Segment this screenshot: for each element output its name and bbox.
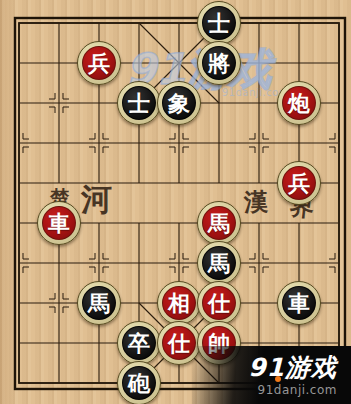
piece-face: 士 [122, 86, 156, 120]
piece-black-soldier[interactable]: 卒 [117, 321, 161, 365]
piece-face: 仕 [162, 326, 196, 360]
piece-black-horse[interactable]: 馬 [77, 281, 121, 325]
piece-glyph: 馬 [88, 293, 110, 315]
piece-glyph: 砲 [128, 373, 150, 395]
piece-glyph: 炮 [288, 93, 310, 115]
piece-face: 炮 [282, 86, 316, 120]
corner-watermark-orange-dot-icon [275, 376, 281, 382]
river-label-he: 河 [81, 184, 112, 215]
piece-red-elephant[interactable]: 相 [157, 281, 201, 325]
piece-glyph: 馬 [208, 213, 230, 235]
piece-black-chariot[interactable]: 車 [277, 281, 321, 325]
piece-red-soldier[interactable]: 兵 [277, 161, 321, 205]
river-label-han: 漢 [244, 190, 269, 215]
piece-glyph: 兵 [288, 173, 310, 195]
piece-face: 馬 [82, 286, 116, 320]
piece-glyph: 仕 [168, 333, 190, 355]
piece-black-general[interactable]: 將 [197, 41, 241, 85]
piece-glyph: 士 [128, 93, 150, 115]
piece-glyph: 士 [208, 13, 230, 35]
piece-black-cannon[interactable]: 砲 [117, 361, 161, 404]
piece-face: 車 [42, 206, 76, 240]
piece-glyph: 將 [208, 53, 230, 75]
piece-red-advisor[interactable]: 仕 [197, 281, 241, 325]
piece-face: 砲 [122, 366, 156, 400]
piece-glyph: 車 [48, 213, 70, 235]
piece-face: 車 [282, 286, 316, 320]
piece-face: 相 [162, 286, 196, 320]
piece-red-soldier[interactable]: 兵 [77, 41, 121, 85]
piece-red-horse[interactable]: 馬 [197, 201, 241, 245]
piece-glyph: 象 [168, 93, 190, 115]
piece-black-advisor[interactable]: 士 [117, 81, 161, 125]
piece-face: 士 [202, 6, 236, 40]
piece-black-elephant[interactable]: 象 [157, 81, 201, 125]
piece-red-cannon[interactable]: 炮 [277, 81, 321, 125]
piece-face: 仕 [202, 286, 236, 320]
piece-black-advisor[interactable]: 士 [197, 1, 241, 45]
piece-black-horse[interactable]: 馬 [197, 241, 241, 285]
piece-face: 象 [162, 86, 196, 120]
piece-glyph: 卒 [128, 333, 150, 355]
piece-glyph: 馬 [208, 253, 230, 275]
corner-watermark-logo: 91游戏 [248, 355, 337, 380]
piece-face: 將 [202, 46, 236, 80]
corner-watermark-bar: 91游戏 91danji.com [192, 346, 351, 404]
piece-glyph: 兵 [88, 53, 110, 75]
piece-face: 卒 [122, 326, 156, 360]
piece-glyph: 仕 [208, 293, 230, 315]
corner-watermark-site: 91danji.com [258, 384, 337, 396]
xiangqi-board-screenshot: 楚 河 漢 界 91游戏 91danji.com 士兵將士象炮兵車馬馬馬相仕車卒… [0, 0, 351, 404]
piece-face: 馬 [202, 246, 236, 280]
piece-face: 兵 [282, 166, 316, 200]
piece-glyph: 相 [168, 293, 190, 315]
piece-face: 馬 [202, 206, 236, 240]
piece-glyph: 車 [288, 293, 310, 315]
piece-red-chariot[interactable]: 車 [37, 201, 81, 245]
piece-face: 兵 [82, 46, 116, 80]
